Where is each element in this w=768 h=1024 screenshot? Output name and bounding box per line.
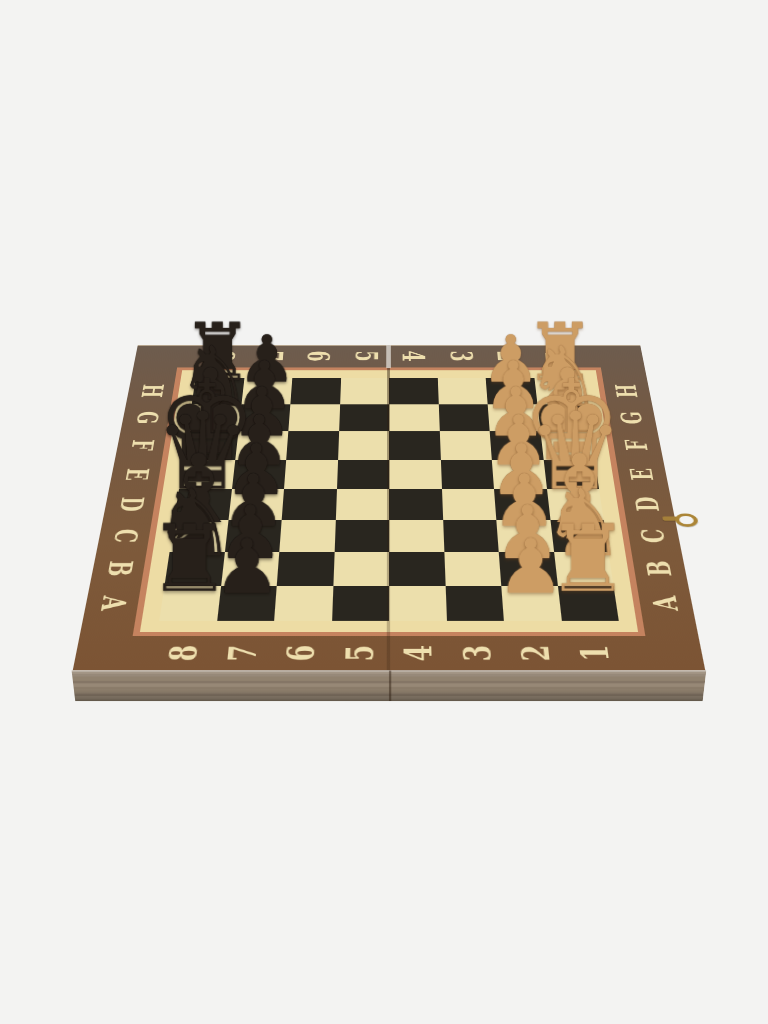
rank-label-bottom-5: 5: [341, 645, 378, 661]
folding-chess-board: 8765432187654321HGFEDCBAHGFEDCBA ♜♟♟♜♞♟♟…: [73, 345, 706, 670]
square-d4: [389, 489, 443, 520]
rank-label-top-5: 5: [350, 351, 380, 362]
file-label-left-F: F: [126, 440, 156, 451]
rank-label-bottom-7: 7: [223, 645, 261, 661]
square-c5: [334, 520, 389, 552]
square-e6: [284, 460, 338, 489]
square-f6: [286, 431, 338, 459]
square-d6: [282, 489, 337, 520]
rank-label-top-7: 7: [255, 351, 286, 362]
rank-label-bottom-8: 8: [164, 645, 203, 661]
square-b3: [444, 552, 501, 586]
square-c6: [279, 520, 335, 552]
file-label-left-B: B: [102, 561, 136, 577]
square-f5: [338, 431, 389, 459]
square-b6: [277, 552, 334, 586]
square-e5: [337, 460, 390, 489]
square-f3: [439, 431, 491, 459]
file-label-left-A: A: [95, 595, 129, 610]
square-h6: [290, 378, 340, 404]
rank-label-top-3: 3: [445, 351, 475, 362]
square-h3: [437, 378, 487, 404]
fold-seam: [387, 345, 390, 670]
square-c4: [389, 520, 444, 552]
piece-white-rook-a1: ♜: [546, 512, 629, 605]
file-label-right-D: D: [632, 497, 664, 512]
perspective-camera: 8765432187654321HGFEDCBAHGFEDCBA ♜♟♟♜♞♟♟…: [0, 0, 768, 1024]
file-label-right-F: F: [622, 440, 652, 451]
board-front-edge: [72, 670, 707, 701]
square-a6: [274, 586, 333, 621]
square-g3: [438, 404, 489, 431]
rank-label-bottom-6: 6: [282, 645, 320, 661]
square-e4: [389, 460, 442, 489]
product-photo-scene: 8765432187654321HGFEDCBAHGFEDCBA ♜♟♟♜♞♟♟…: [0, 0, 768, 1024]
fold-seam-gap: [386, 345, 391, 368]
rank-label-top-4: 4: [398, 351, 428, 362]
file-label-right-C: C: [637, 529, 670, 543]
square-g5: [339, 404, 389, 431]
square-g4: [389, 404, 439, 431]
square-a4: [389, 586, 446, 621]
square-a5: [332, 586, 389, 621]
square-c3: [443, 520, 499, 552]
file-label-right-A: A: [649, 595, 683, 610]
square-h5: [340, 378, 389, 404]
rank-label-top-8: 8: [207, 351, 238, 362]
rank-label-top-6: 6: [302, 351, 332, 362]
rank-label-bottom-2: 2: [517, 645, 555, 661]
square-h4: [389, 378, 438, 404]
file-label-right-B: B: [643, 561, 677, 577]
rank-label-bottom-3: 3: [458, 645, 496, 661]
square-b4: [389, 552, 445, 586]
rank-label-top-2: 2: [492, 351, 523, 362]
file-label-right-E: E: [627, 468, 658, 480]
square-b5: [333, 552, 389, 586]
square-e3: [440, 460, 494, 489]
square-d3: [442, 489, 497, 520]
clasp-ring-icon: [674, 514, 699, 527]
rank-label-top-1: 1: [540, 351, 571, 362]
piece-black-rook-a8: ♜: [148, 512, 231, 605]
file-label-left-C: C: [108, 529, 141, 543]
file-label-left-E: E: [120, 468, 151, 480]
file-label-left-D: D: [114, 497, 146, 512]
brass-clasp: [661, 512, 696, 524]
square-f4: [389, 431, 440, 459]
rank-label-bottom-4: 4: [400, 645, 437, 661]
square-d5: [335, 489, 389, 520]
square-a3: [445, 586, 504, 621]
rank-label-bottom-1: 1: [575, 645, 614, 661]
square-g6: [288, 404, 339, 431]
